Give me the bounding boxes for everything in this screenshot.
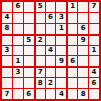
sudoku-cell-r8c7[interactable] [67,78,77,88]
sudoku-cell-r4c8[interactable]: 9 [78,35,88,45]
sudoku-cell-r3c7[interactable] [67,24,77,34]
sudoku-cell-r1c4[interactable]: 5 [35,2,45,12]
sudoku-cell-r2c1[interactable]: 4 [2,13,12,23]
sudoku-cell-r9c9[interactable] [89,89,99,99]
sudoku-cell-r9c2[interactable] [13,89,23,99]
sudoku-cell-r5c7[interactable] [67,46,77,56]
sudoku-cell-r2c3[interactable] [24,13,34,23]
sudoku-cell-r3c9[interactable] [89,24,99,34]
sudoku-cell-r5c3[interactable] [24,46,34,56]
sudoku-cell-r9c7[interactable] [67,89,77,99]
sudoku-cell-r6c8[interactable] [78,56,88,66]
sudoku-cell-r5c5[interactable]: 4 [46,46,56,56]
sudoku-cell-r2c8[interactable] [78,13,88,23]
sudoku-cell-r2c4[interactable] [35,13,45,23]
sudoku-cell-r8c1[interactable] [2,78,12,88]
sudoku-cell-r6c9[interactable] [89,56,99,66]
sudoku-cell-r1c8[interactable] [78,2,88,12]
sudoku-cell-r3c2[interactable] [13,24,23,34]
sudoku-cell-r1c2[interactable]: 6 [13,2,23,12]
sudoku-cell-r7c7[interactable] [67,67,77,77]
sudoku-board: 65174638165293411963748267648 [0,0,101,101]
sudoku-cell-r5c8[interactable] [78,46,88,56]
sudoku-cell-r7c4[interactable]: 7 [35,67,45,77]
sudoku-cell-r8c3[interactable] [24,78,34,88]
sudoku-cell-r5c2[interactable] [13,46,23,56]
sudoku-cell-r8c2[interactable] [13,78,23,88]
sudoku-cell-r1c9[interactable]: 7 [89,2,99,12]
sudoku-cell-r8c5[interactable]: 2 [46,78,56,88]
sudoku-cell-r8c8[interactable] [78,78,88,88]
sudoku-cell-r6c6[interactable]: 9 [56,56,66,66]
sudoku-cell-r6c3[interactable] [24,56,34,66]
sudoku-cell-r2c7[interactable] [67,13,77,23]
sudoku-cell-r5c4[interactable] [35,46,45,56]
sudoku-cell-r9c6[interactable]: 4 [56,89,66,99]
sudoku-cell-r3c8[interactable]: 6 [78,24,88,34]
sudoku-cell-r2c2[interactable] [13,13,23,23]
sudoku-cell-r7c6[interactable] [56,67,66,77]
sudoku-cell-r7c5[interactable] [46,67,56,77]
sudoku-cell-r5c9[interactable]: 1 [89,46,99,56]
sudoku-cell-r6c5[interactable] [46,56,56,66]
sudoku-cell-r1c5[interactable] [46,2,56,12]
sudoku-cell-r7c1[interactable] [2,67,12,77]
sudoku-cell-r1c1[interactable] [2,2,12,12]
sudoku-cell-r1c7[interactable]: 1 [67,2,77,12]
sudoku-cell-r7c9[interactable]: 4 [89,67,99,77]
sudoku-cell-r6c4[interactable] [35,56,45,66]
sudoku-cell-r5c1[interactable]: 3 [2,46,12,56]
sudoku-cell-r1c6[interactable] [56,2,66,12]
sudoku-cell-r8c4[interactable]: 8 [35,78,45,88]
sudoku-cell-r9c5[interactable] [46,89,56,99]
sudoku-cell-r2c6[interactable]: 3 [56,13,66,23]
sudoku-cell-r2c5[interactable]: 6 [46,13,56,23]
sudoku-cell-r8c9[interactable]: 6 [89,78,99,88]
sudoku-cell-r9c1[interactable]: 7 [2,89,12,99]
sudoku-cell-r3c3[interactable] [24,24,34,34]
sudoku-cell-r3c4[interactable] [35,24,45,34]
sudoku-cell-r3c5[interactable] [46,24,56,34]
sudoku-cell-r7c2[interactable]: 3 [13,67,23,77]
sudoku-cell-r4c4[interactable]: 2 [35,35,45,45]
sudoku-cell-r7c8[interactable] [78,67,88,77]
sudoku-cell-r3c6[interactable]: 1 [56,24,66,34]
sudoku-cell-r1c3[interactable] [24,2,34,12]
sudoku-cell-r4c1[interactable] [2,35,12,45]
sudoku-cell-r4c5[interactable] [46,35,56,45]
sudoku-cell-r6c1[interactable] [2,56,12,66]
sudoku-cell-r6c7[interactable]: 6 [67,56,77,66]
sudoku-cell-r8c6[interactable] [56,78,66,88]
sudoku-cell-r4c6[interactable] [56,35,66,45]
sudoku-cell-r7c3[interactable] [24,67,34,77]
sudoku-cell-r4c2[interactable] [13,35,23,45]
sudoku-cell-r4c9[interactable] [89,35,99,45]
sudoku-cell-r4c3[interactable]: 5 [24,35,34,45]
sudoku-cell-r2c9[interactable] [89,13,99,23]
sudoku-cell-r9c3[interactable]: 6 [24,89,34,99]
sudoku-cell-r5c6[interactable] [56,46,66,56]
sudoku-cell-r9c4[interactable] [35,89,45,99]
sudoku-cell-r6c2[interactable]: 1 [13,56,23,66]
sudoku-cell-r4c7[interactable] [67,35,77,45]
sudoku-cell-r9c8[interactable]: 8 [78,89,88,99]
sudoku-cell-r3c1[interactable]: 8 [2,24,12,34]
